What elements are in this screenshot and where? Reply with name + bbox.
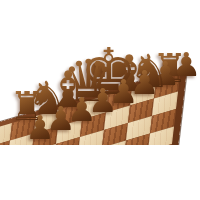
white-background-mask — [0, 145, 200, 200]
chess-product-photo: ♜♞♝♛♚♝♞♜♟♟♟♟♟♟♟♟ — [0, 0, 200, 200]
chess-piece-pawn[interactable]: ♟ — [25, 111, 55, 144]
